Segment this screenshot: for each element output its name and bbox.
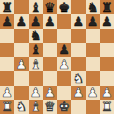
square-h1[interactable]: ♜: [100, 100, 114, 114]
square-b7[interactable]: ♟: [14, 14, 28, 28]
square-b1[interactable]: ♞: [14, 100, 28, 114]
black-rook-piece: ♜: [1, 0, 13, 13]
square-b5[interactable]: [14, 43, 28, 57]
black-pawn-piece: ♟: [44, 14, 56, 27]
chess-board: ♜♝♛♚♞♜♟♟♟♟♟♟♟♞♝♟♟♝♟♞♟♟♟♟♟♟♜♞♝♛♚♜: [0, 0, 114, 114]
square-c7[interactable]: ♟: [29, 14, 43, 28]
square-c1[interactable]: ♝: [29, 100, 43, 114]
black-king-piece: ♚: [58, 0, 70, 13]
square-d6[interactable]: [43, 29, 57, 43]
square-h4[interactable]: [100, 57, 114, 71]
square-g8[interactable]: ♞: [86, 0, 100, 14]
square-d3[interactable]: [43, 71, 57, 85]
square-e5[interactable]: ♟: [57, 43, 71, 57]
square-g4[interactable]: [86, 57, 100, 71]
square-a7[interactable]: ♟: [0, 14, 14, 28]
square-f5[interactable]: [71, 43, 85, 57]
square-e3[interactable]: [57, 71, 71, 85]
square-c5[interactable]: ♝: [29, 43, 43, 57]
black-knight-piece: ♞: [30, 29, 42, 42]
white-rook-piece: ♜: [1, 100, 13, 113]
square-e1[interactable]: ♚: [57, 100, 71, 114]
white-pawn-piece: ♟: [87, 86, 99, 99]
black-pawn-piece: ♟: [87, 14, 99, 27]
white-pawn-piece: ♟: [30, 86, 42, 99]
square-e4[interactable]: ♟: [57, 57, 71, 71]
white-knight-piece: ♞: [73, 71, 85, 84]
black-queen-piece: ♛: [44, 0, 56, 13]
square-h8[interactable]: ♜: [100, 0, 114, 14]
square-a3[interactable]: [0, 71, 14, 85]
square-f1[interactable]: [71, 100, 85, 114]
square-g6[interactable]: [86, 29, 100, 43]
square-f8[interactable]: [71, 0, 85, 14]
square-d1[interactable]: ♛: [43, 100, 57, 114]
square-a8[interactable]: ♜: [0, 0, 14, 14]
square-f2[interactable]: ♟: [71, 86, 85, 100]
white-pawn-piece: ♟: [101, 86, 113, 99]
square-e8[interactable]: ♚: [57, 0, 71, 14]
square-h6[interactable]: [100, 29, 114, 43]
square-b6[interactable]: [14, 29, 28, 43]
square-f4[interactable]: [71, 57, 85, 71]
square-a2[interactable]: ♟: [0, 86, 14, 100]
square-g5[interactable]: [86, 43, 100, 57]
square-e2[interactable]: [57, 86, 71, 100]
square-a4[interactable]: [0, 57, 14, 71]
square-f3[interactable]: ♞: [71, 71, 85, 85]
square-b8[interactable]: [14, 0, 28, 14]
white-rook-piece: ♜: [101, 100, 113, 113]
white-pawn-piece: ♟: [44, 86, 56, 99]
white-queen-piece: ♛: [44, 100, 56, 113]
white-pawn-piece: ♟: [1, 86, 13, 99]
square-b4[interactable]: ♟: [14, 57, 28, 71]
white-bishop-piece: ♝: [30, 57, 42, 70]
square-c4[interactable]: ♝: [29, 57, 43, 71]
black-pawn-piece: ♟: [16, 14, 28, 27]
square-f7[interactable]: ♟: [71, 14, 85, 28]
white-bishop-piece: ♝: [30, 100, 42, 113]
square-h7[interactable]: ♟: [100, 14, 114, 28]
square-h5[interactable]: [100, 43, 114, 57]
black-pawn-piece: ♟: [58, 43, 70, 56]
square-g1[interactable]: [86, 100, 100, 114]
black-pawn-piece: ♟: [30, 14, 42, 27]
white-pawn-piece: ♟: [16, 57, 28, 70]
square-d5[interactable]: [43, 43, 57, 57]
white-king-piece: ♚: [58, 100, 70, 113]
white-pawn-piece: ♟: [58, 57, 70, 70]
square-c3[interactable]: [29, 71, 43, 85]
square-d8[interactable]: ♛: [43, 0, 57, 14]
square-d7[interactable]: ♟: [43, 14, 57, 28]
square-f6[interactable]: [71, 29, 85, 43]
black-rook-piece: ♜: [101, 0, 113, 13]
square-g7[interactable]: ♟: [86, 14, 100, 28]
square-h2[interactable]: ♟: [100, 86, 114, 100]
black-pawn-piece: ♟: [73, 14, 85, 27]
black-bishop-piece: ♝: [30, 0, 42, 13]
square-d2[interactable]: ♟: [43, 86, 57, 100]
square-e6[interactable]: [57, 29, 71, 43]
square-a5[interactable]: [0, 43, 14, 57]
black-pawn-piece: ♟: [101, 14, 113, 27]
square-c6[interactable]: ♞: [29, 29, 43, 43]
white-pawn-piece: ♟: [73, 86, 85, 99]
square-a6[interactable]: [0, 29, 14, 43]
white-knight-piece: ♞: [16, 100, 28, 113]
square-c8[interactable]: ♝: [29, 0, 43, 14]
square-h3[interactable]: [100, 71, 114, 85]
square-c2[interactable]: ♟: [29, 86, 43, 100]
square-g3[interactable]: [86, 71, 100, 85]
black-pawn-piece: ♟: [1, 14, 13, 27]
black-knight-piece: ♞: [87, 0, 99, 13]
square-g2[interactable]: ♟: [86, 86, 100, 100]
square-b3[interactable]: [14, 71, 28, 85]
square-e7[interactable]: [57, 14, 71, 28]
chess-board-container: ♜♝♛♚♞♜♟♟♟♟♟♟♟♞♝♟♟♝♟♞♟♟♟♟♟♟♜♞♝♛♚♜: [0, 0, 114, 114]
square-d4[interactable]: [43, 57, 57, 71]
black-bishop-piece: ♝: [30, 43, 42, 56]
square-a1[interactable]: ♜: [0, 100, 14, 114]
square-b2[interactable]: [14, 86, 28, 100]
